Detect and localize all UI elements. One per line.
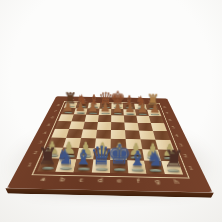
coord-file-g-bottom: g: [147, 178, 167, 185]
piece-black-pawn-h7[interactable]: ♟: [149, 101, 160, 114]
piece-black-pawn-d7[interactable]: ♟: [100, 100, 111, 113]
piece-black-pawn-e7[interactable]: ♟: [112, 101, 123, 114]
piece-black-pawn-a7[interactable]: ♟: [62, 100, 73, 113]
piece-black-pawn-g7[interactable]: ♟: [137, 101, 148, 114]
piece-stand: ♟: [75, 100, 86, 113]
piece-stand: ♟: [124, 101, 135, 114]
coord-rank-6-right: 6: [166, 118, 175, 121]
piece-black-pawn-f7[interactable]: ♟: [124, 101, 135, 114]
coord-rank-1-left: 1: [23, 162, 36, 168]
piece-stand: ♜: [163, 147, 184, 171]
board-grid: ♜♞♝♛♚♝♞♜♟♟♟♟♟♟♟♟♟♟♟♟♟♟♟♟♜♞♝♛♚♝♞♜: [37, 102, 183, 174]
coord-rank-4-left: 4: [40, 131, 50, 135]
piece-stand: ♟: [87, 100, 98, 113]
coord-rank-5-right: 5: [169, 126, 178, 130]
piece-stand: ♟: [112, 101, 123, 114]
coord-file-a-bottom: a: [33, 175, 54, 182]
piece-stand: ♝: [128, 149, 147, 170]
coord-rank-4-right: 4: [172, 134, 182, 138]
piece-black-pawn-b7[interactable]: ♟: [75, 100, 86, 113]
square-f5[interactable]: [124, 123, 139, 131]
piece-white-knight-b1[interactable]: ♞: [56, 147, 75, 168]
coord-file-h-bottom: h: [166, 178, 187, 185]
square-e1[interactable]: ♚: [110, 160, 128, 173]
piece-white-bishop-f1[interactable]: ♝: [128, 149, 147, 170]
square-g1[interactable]: ♞: [144, 161, 165, 174]
piece-white-rook-a1[interactable]: ♜: [37, 144, 58, 168]
piece-stand: ♞: [56, 147, 75, 168]
coord-file-d-bottom: d: [91, 177, 110, 184]
coord-file-e-bottom: e: [110, 177, 129, 184]
square-c6[interactable]: [85, 115, 99, 122]
coord-rank-8-right: 8: [161, 106, 169, 109]
piece-stand: ♟: [137, 101, 148, 114]
coord-rank-5-left: 5: [44, 123, 53, 126]
square-d5[interactable]: [97, 122, 111, 130]
piece-stand: ♟: [62, 100, 73, 113]
coord-file-c-bottom: c: [71, 176, 91, 183]
piece-black-pawn-c7[interactable]: ♟: [87, 100, 98, 113]
square-f1[interactable]: ♝: [127, 160, 146, 173]
photo-background: aabbccddeeffgghh1122334455667788 ♜♞♝♛♚♝♞…: [0, 0, 222, 222]
coord-rank-7-right: 7: [163, 112, 171, 115]
coord-file-f-bottom: f: [129, 177, 149, 184]
piece-stand: ♟: [100, 100, 111, 113]
coord-rank-6-left: 6: [48, 116, 57, 119]
square-c5[interactable]: [83, 122, 98, 130]
piece-stand: ♟: [149, 101, 160, 114]
chess-board: aabbccddeeffgghh1122334455667788 ♜♞♝♛♚♝♞…: [7, 96, 213, 192]
square-b5[interactable]: [69, 121, 85, 129]
coord-file-b-bottom: b: [52, 176, 73, 183]
piece-stand: ♜: [37, 144, 58, 168]
coord-rank-8-left: 8: [54, 104, 62, 107]
square-h5[interactable]: [151, 123, 167, 131]
coord-rank-7-left: 7: [51, 109, 59, 112]
square-h1[interactable]: ♜: [161, 161, 183, 174]
coord-rank-1-right: 1: [185, 165, 197, 171]
piece-white-rook-h1[interactable]: ♜: [163, 147, 184, 171]
